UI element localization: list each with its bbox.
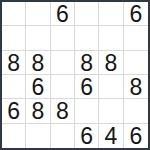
- cell-r4c3[interactable]: [51, 75, 75, 99]
- clue-digit: 4: [105, 125, 118, 148]
- clue-digit: 8: [129, 76, 142, 99]
- clue-digit: 8: [7, 52, 20, 75]
- clue-digit: 6: [80, 76, 93, 99]
- cell-r2c6[interactable]: [124, 26, 148, 50]
- cell-r6c6[interactable]: 6: [124, 124, 148, 148]
- clue-digit: 6: [32, 76, 45, 99]
- cell-r2c5[interactable]: [99, 26, 123, 50]
- cell-r5c5[interactable]: [99, 99, 123, 123]
- cell-r3c2[interactable]: 8: [26, 51, 50, 75]
- cell-r1c3[interactable]: 6: [51, 2, 75, 26]
- cell-r3c1[interactable]: 8: [2, 51, 26, 75]
- cell-r3c6[interactable]: [124, 51, 148, 75]
- clue-digit: 6: [56, 3, 69, 26]
- cell-r2c3[interactable]: [51, 26, 75, 50]
- cell-r6c5[interactable]: 4: [99, 124, 123, 148]
- clue-digit: 6: [129, 125, 142, 148]
- cell-r2c4[interactable]: [75, 26, 99, 50]
- cell-r3c4[interactable]: 8: [75, 51, 99, 75]
- clue-digit: 6: [80, 125, 93, 148]
- cell-r1c1[interactable]: [2, 2, 26, 26]
- cell-r3c3[interactable]: [51, 51, 75, 75]
- cell-r6c4[interactable]: 6: [75, 124, 99, 148]
- cell-r2c1[interactable]: [2, 26, 26, 50]
- cell-r2c2[interactable]: [26, 26, 50, 50]
- clue-digit: 6: [7, 100, 20, 123]
- cell-r1c5[interactable]: [99, 2, 123, 26]
- clue-digit: 8: [80, 52, 93, 75]
- cell-r6c3[interactable]: [51, 124, 75, 148]
- clue-digit: 6: [129, 3, 142, 26]
- clue-digit: 8: [56, 100, 69, 123]
- cell-r5c4[interactable]: [75, 99, 99, 123]
- cell-r4c5[interactable]: [99, 75, 123, 99]
- clue-digit: 8: [32, 100, 45, 123]
- cell-r1c2[interactable]: [26, 2, 50, 26]
- cell-r5c1[interactable]: 6: [2, 99, 26, 123]
- cell-r4c1[interactable]: [2, 75, 26, 99]
- cell-r4c4[interactable]: 6: [75, 75, 99, 99]
- cell-r6c2[interactable]: [26, 124, 50, 148]
- cell-r5c3[interactable]: 8: [51, 99, 75, 123]
- cell-r6c1[interactable]: [2, 124, 26, 148]
- cell-r5c6[interactable]: [124, 99, 148, 123]
- clue-digit: 8: [105, 52, 118, 75]
- cell-r4c6[interactable]: 8: [124, 75, 148, 99]
- cell-r4c2[interactable]: 6: [26, 75, 50, 99]
- cell-r1c6[interactable]: 6: [124, 2, 148, 26]
- cell-r3c5[interactable]: 8: [99, 51, 123, 75]
- cell-r5c2[interactable]: 8: [26, 99, 50, 123]
- clue-digit: 8: [32, 52, 45, 75]
- puzzle-board: 668888668688646: [0, 0, 150, 150]
- cell-r1c4[interactable]: [75, 2, 99, 26]
